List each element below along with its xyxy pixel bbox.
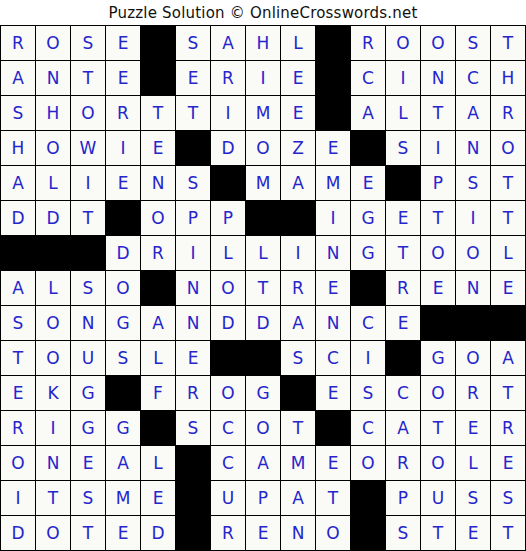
- grid-cell: O: [1, 446, 35, 480]
- grid-cell: R: [386, 271, 420, 305]
- grid-cell: T: [491, 166, 525, 200]
- grid-cell: G: [106, 306, 140, 340]
- black-cell: [351, 516, 385, 550]
- grid-cell: T: [491, 26, 525, 60]
- grid-cell: S: [71, 481, 105, 515]
- grid-cell: R: [386, 446, 420, 480]
- grid-cell: N: [316, 236, 350, 270]
- grid-cell: S: [281, 341, 315, 375]
- crossword-grid: ROSESAHLROOSTANTEERIECINCHSHORTTIMEALTAR…: [0, 25, 526, 551]
- grid-cell: S: [71, 271, 105, 305]
- grid-cell: T: [71, 61, 105, 95]
- grid-cell: S: [456, 481, 490, 515]
- grid-cell: N: [141, 166, 175, 200]
- black-cell: [141, 411, 175, 445]
- grid-cell: E: [281, 61, 315, 95]
- grid-cell: R: [456, 376, 490, 410]
- grid-cell: A: [281, 306, 315, 340]
- grid-cell: E: [316, 271, 350, 305]
- grid-cell: T: [71, 516, 105, 550]
- grid-cell: N: [36, 61, 70, 95]
- grid-cell: T: [421, 96, 455, 130]
- grid-cell: A: [246, 446, 280, 480]
- grid-cell: O: [246, 131, 280, 165]
- grid-cell: E: [456, 516, 490, 550]
- grid-cell: I: [281, 236, 315, 270]
- grid-cell: E: [71, 446, 105, 480]
- grid-cell: A: [106, 446, 140, 480]
- grid-cell: S: [106, 341, 140, 375]
- grid-cell: I: [106, 131, 140, 165]
- grid-cell: L: [386, 96, 420, 130]
- grid-cell: T: [281, 411, 315, 445]
- grid-cell: C: [456, 61, 490, 95]
- grid-cell: S: [1, 96, 35, 130]
- black-cell: [351, 131, 385, 165]
- grid-cell: C: [386, 376, 420, 410]
- grid-cell: O: [421, 446, 455, 480]
- grid-cell: S: [1, 306, 35, 340]
- black-cell: [316, 411, 350, 445]
- grid-cell: I: [351, 341, 385, 375]
- grid-cell: C: [316, 341, 350, 375]
- grid-cell: S: [456, 166, 490, 200]
- grid-cell: A: [351, 96, 385, 130]
- grid-cell: O: [456, 341, 490, 375]
- grid-cell: O: [386, 26, 420, 60]
- grid-cell: L: [36, 166, 70, 200]
- grid-cell: E: [316, 376, 350, 410]
- grid-cell: I: [456, 201, 490, 235]
- grid-cell: O: [36, 341, 70, 375]
- grid-cell: A: [386, 411, 420, 445]
- black-cell: [456, 306, 490, 340]
- grid-cell: O: [316, 516, 350, 550]
- grid-cell: M: [106, 481, 140, 515]
- grid-cell: A: [491, 341, 525, 375]
- grid-cell: D: [1, 516, 35, 550]
- grid-cell: E: [316, 446, 350, 480]
- black-cell: [386, 166, 420, 200]
- black-cell: [316, 26, 350, 60]
- grid-cell: D: [246, 306, 280, 340]
- black-cell: [211, 341, 245, 375]
- grid-cell: R: [281, 271, 315, 305]
- grid-cell: H: [491, 61, 525, 95]
- grid-cell: E: [176, 341, 210, 375]
- grid-cell: A: [1, 166, 35, 200]
- black-cell: [491, 306, 525, 340]
- black-cell: [176, 446, 210, 480]
- grid-cell: E: [141, 131, 175, 165]
- grid-cell: T: [491, 516, 525, 550]
- grid-cell: S: [386, 516, 420, 550]
- grid-cell: E: [141, 481, 175, 515]
- grid-cell: H: [1, 131, 35, 165]
- grid-cell: E: [1, 376, 35, 410]
- grid-cell: P: [386, 481, 420, 515]
- grid-cell: O: [456, 236, 490, 270]
- grid-cell: E: [246, 516, 280, 550]
- grid-cell: E: [106, 61, 140, 95]
- black-cell: [246, 201, 280, 235]
- grid-cell: T: [176, 96, 210, 130]
- grid-cell: I: [386, 61, 420, 95]
- grid-cell: L: [491, 236, 525, 270]
- black-cell: [281, 201, 315, 235]
- grid-cell: P: [421, 166, 455, 200]
- grid-cell: S: [491, 481, 525, 515]
- grid-cell: R: [351, 26, 385, 60]
- grid-cell: I: [176, 236, 210, 270]
- grid-cell: C: [351, 306, 385, 340]
- grid-cell: F: [141, 376, 175, 410]
- grid-cell: O: [36, 131, 70, 165]
- grid-cell: E: [106, 166, 140, 200]
- grid-cell: O: [211, 271, 245, 305]
- grid-cell: E: [491, 446, 525, 480]
- grid-cell: S: [456, 26, 490, 60]
- grid-cell: O: [421, 236, 455, 270]
- grid-cell: N: [456, 271, 490, 305]
- grid-cell: O: [491, 131, 525, 165]
- grid-cell: O: [106, 271, 140, 305]
- black-cell: [106, 376, 140, 410]
- black-cell: [351, 481, 385, 515]
- grid-cell: R: [491, 96, 525, 130]
- grid-cell: P: [176, 201, 210, 235]
- grid-cell: L: [141, 446, 175, 480]
- grid-cell: E: [386, 306, 420, 340]
- grid-cell: N: [71, 306, 105, 340]
- grid-cell: T: [491, 201, 525, 235]
- grid-cell: T: [421, 516, 455, 550]
- grid-cell: U: [211, 481, 245, 515]
- grid-cell: W: [71, 131, 105, 165]
- grid-cell: R: [141, 236, 175, 270]
- black-cell: [176, 131, 210, 165]
- grid-cell: O: [141, 201, 175, 235]
- grid-cell: R: [1, 411, 35, 445]
- grid-cell: R: [106, 96, 140, 130]
- grid-cell: S: [176, 411, 210, 445]
- black-cell: [421, 306, 455, 340]
- grid-cell: E: [386, 201, 420, 235]
- grid-cell: G: [421, 341, 455, 375]
- grid-cell: O: [421, 26, 455, 60]
- grid-cell: R: [1, 26, 35, 60]
- grid-cell: S: [71, 26, 105, 60]
- grid-cell: M: [281, 446, 315, 480]
- grid-cell: H: [36, 96, 70, 130]
- grid-cell: N: [281, 516, 315, 550]
- grid-cell: L: [36, 271, 70, 305]
- grid-cell: L: [211, 236, 245, 270]
- grid-cell: N: [36, 446, 70, 480]
- grid-cell: D: [211, 306, 245, 340]
- grid-cell: T: [386, 236, 420, 270]
- grid-cell: D: [211, 131, 245, 165]
- grid-cell: H: [246, 26, 280, 60]
- grid-cell: D: [1, 201, 35, 235]
- grid-cell: I: [1, 481, 35, 515]
- grid-cell: U: [421, 481, 455, 515]
- grid-cell: R: [211, 516, 245, 550]
- black-cell: [176, 481, 210, 515]
- grid-cell: I: [246, 61, 280, 95]
- grid-cell: C: [351, 411, 385, 445]
- grid-cell: G: [351, 201, 385, 235]
- grid-cell: R: [176, 376, 210, 410]
- grid-cell: L: [281, 26, 315, 60]
- black-cell: [246, 341, 280, 375]
- grid-cell: S: [351, 376, 385, 410]
- grid-cell: A: [456, 96, 490, 130]
- grid-cell: T: [421, 411, 455, 445]
- black-cell: [1, 236, 35, 270]
- grid-cell: N: [456, 131, 490, 165]
- grid-cell: T: [246, 271, 280, 305]
- black-cell: [351, 271, 385, 305]
- grid-cell: E: [176, 61, 210, 95]
- grid-cell: I: [211, 96, 245, 130]
- grid-cell: O: [36, 26, 70, 60]
- black-cell: [386, 341, 420, 375]
- black-cell: [316, 61, 350, 95]
- grid-cell: I: [71, 166, 105, 200]
- grid-cell: I: [36, 411, 70, 445]
- grid-cell: A: [281, 166, 315, 200]
- grid-cell: G: [71, 376, 105, 410]
- grid-cell: E: [456, 411, 490, 445]
- grid-cell: R: [211, 61, 245, 95]
- black-cell: [281, 376, 315, 410]
- grid-cell: T: [71, 201, 105, 235]
- grid-cell: P: [246, 481, 280, 515]
- grid-cell: N: [421, 61, 455, 95]
- black-cell: [71, 236, 105, 270]
- grid-cell: M: [246, 166, 280, 200]
- grid-cell: L: [246, 236, 280, 270]
- grid-cell: M: [316, 166, 350, 200]
- grid-cell: A: [141, 306, 175, 340]
- black-cell: [36, 236, 70, 270]
- grid-cell: G: [351, 236, 385, 270]
- grid-cell: E: [106, 516, 140, 550]
- black-cell: [176, 516, 210, 550]
- page-title: Puzzle Solution © OnlineCrosswords.net: [0, 0, 526, 25]
- grid-cell: D: [141, 516, 175, 550]
- black-cell: [141, 61, 175, 95]
- grid-cell: G: [106, 411, 140, 445]
- grid-cell: O: [211, 376, 245, 410]
- grid-cell: G: [246, 376, 280, 410]
- grid-cell: T: [36, 481, 70, 515]
- black-cell: [106, 201, 140, 235]
- grid-cell: T: [316, 481, 350, 515]
- grid-cell: E: [316, 131, 350, 165]
- grid-cell: R: [491, 411, 525, 445]
- grid-cell: L: [456, 446, 490, 480]
- grid-cell: E: [281, 96, 315, 130]
- grid-cell: U: [71, 341, 105, 375]
- grid-cell: A: [1, 61, 35, 95]
- grid-cell: S: [176, 26, 210, 60]
- grid-cell: O: [71, 96, 105, 130]
- grid-cell: S: [176, 166, 210, 200]
- grid-cell: E: [421, 271, 455, 305]
- grid-cell: T: [421, 201, 455, 235]
- grid-cell: P: [211, 201, 245, 235]
- black-cell: [211, 166, 245, 200]
- grid-cell: E: [106, 26, 140, 60]
- grid-cell: N: [176, 306, 210, 340]
- grid-cell: E: [491, 271, 525, 305]
- grid-cell: I: [421, 131, 455, 165]
- grid-cell: T: [491, 376, 525, 410]
- grid-cell: L: [141, 341, 175, 375]
- black-cell: [316, 96, 350, 130]
- grid-cell: C: [351, 61, 385, 95]
- grid-cell: O: [246, 411, 280, 445]
- grid-cell: A: [1, 271, 35, 305]
- grid-cell: Z: [281, 131, 315, 165]
- grid-cell: O: [421, 376, 455, 410]
- grid-cell: T: [141, 96, 175, 130]
- grid-cell: O: [36, 306, 70, 340]
- grid-cell: E: [351, 166, 385, 200]
- black-cell: [141, 26, 175, 60]
- grid-cell: D: [106, 236, 140, 270]
- black-cell: [141, 271, 175, 305]
- grid-cell: S: [386, 131, 420, 165]
- grid-cell: C: [211, 446, 245, 480]
- grid-cell: C: [211, 411, 245, 445]
- grid-cell: N: [316, 306, 350, 340]
- grid-cell: O: [36, 516, 70, 550]
- grid-cell: G: [71, 411, 105, 445]
- grid-cell: A: [281, 481, 315, 515]
- grid-cell: A: [211, 26, 245, 60]
- grid-cell: T: [1, 341, 35, 375]
- grid-cell: I: [316, 201, 350, 235]
- grid-cell: N: [176, 271, 210, 305]
- grid-cell: M: [246, 96, 280, 130]
- grid-cell: D: [36, 201, 70, 235]
- grid-cell: K: [36, 376, 70, 410]
- grid-cell: O: [351, 446, 385, 480]
